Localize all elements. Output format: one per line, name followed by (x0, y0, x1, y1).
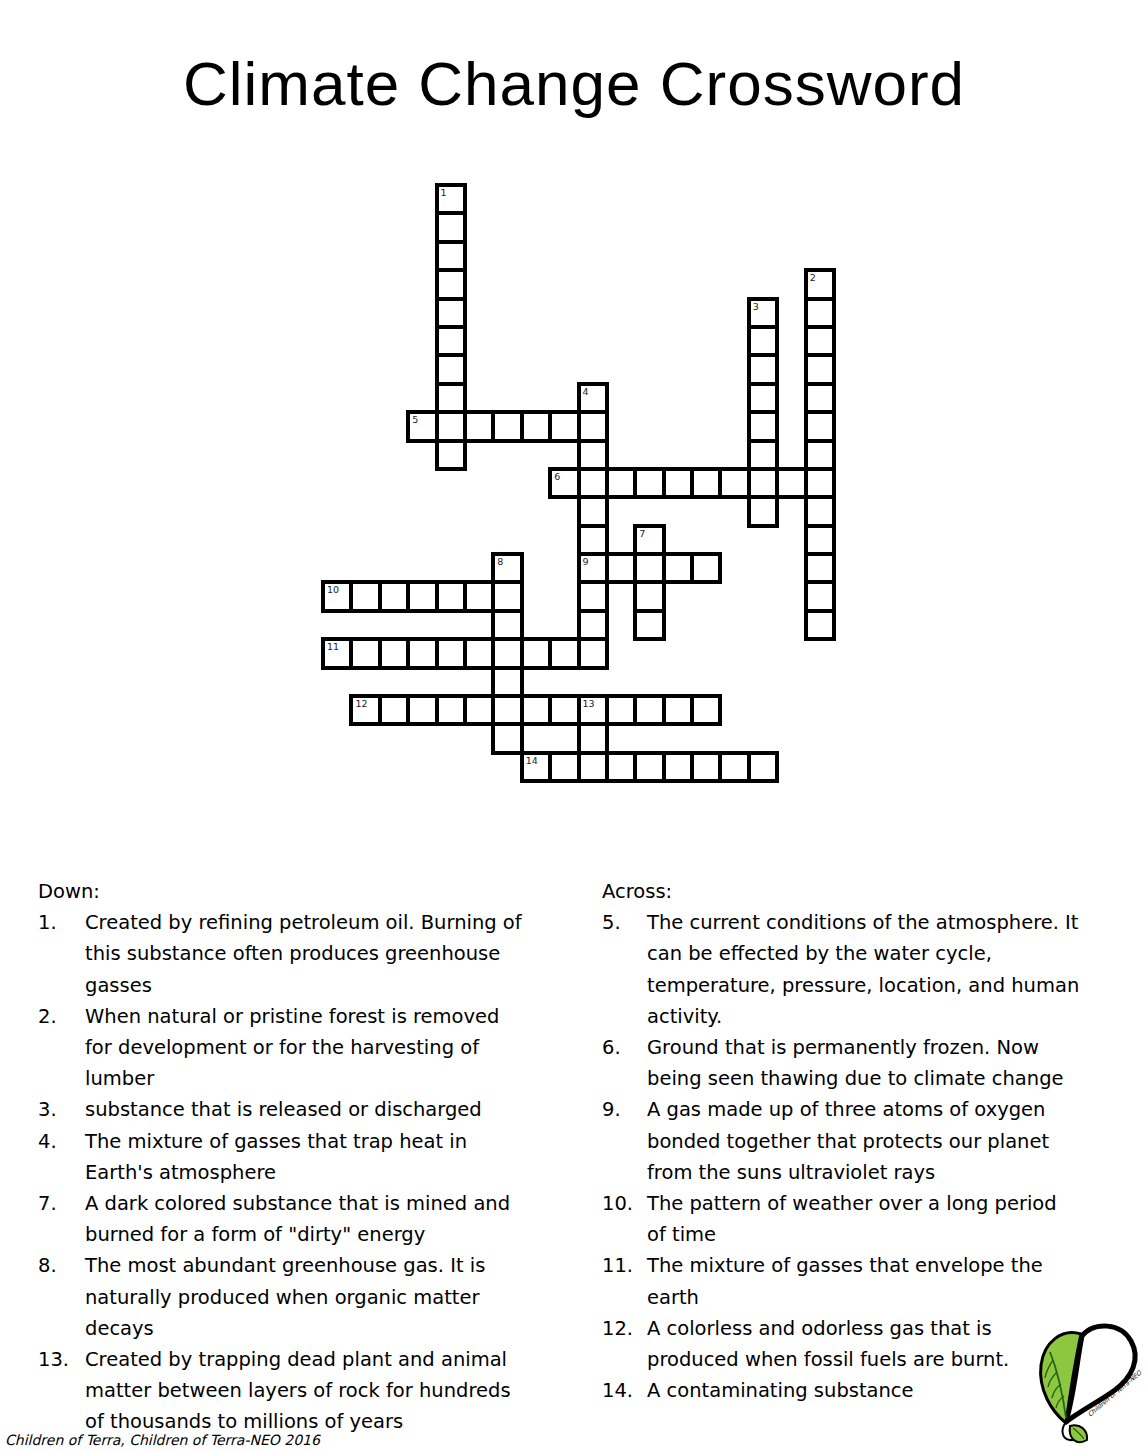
grid-cell-r3c17[interactable]: 2 (806, 270, 834, 298)
clue-down-13: 13.Created by trapping dead plant and an… (38, 1344, 530, 1438)
grid-cell-r8c3[interactable]: 5 (408, 412, 436, 440)
grid-cell-r19c6[interactable] (493, 724, 521, 752)
grid-cell-r4c15[interactable]: 3 (749, 299, 777, 327)
grid-cell-r14c0[interactable]: 10 (323, 582, 351, 610)
clue-number: 9. (602, 1094, 647, 1125)
grid-cell-r11c9[interactable] (579, 497, 607, 525)
grid-cell-r14c17[interactable] (806, 582, 834, 610)
grid-cell-r1c4[interactable] (437, 213, 465, 241)
grid-cell-r10c14[interactable] (720, 469, 748, 497)
clue-number: 6. (602, 1032, 647, 1063)
clue-text: When natural or pristine forest is remov… (85, 1001, 530, 1095)
cell-number-8: 8 (497, 556, 503, 567)
clue-text: Ground that is permanently frozen. Now b… (647, 1032, 1080, 1094)
grid-cell-r15c17[interactable] (806, 611, 834, 639)
clue-text: A dark colored substance that is mined a… (85, 1188, 530, 1250)
cell-number-6: 6 (554, 471, 560, 482)
grid-cell-r17c6[interactable] (493, 668, 521, 696)
grid-cell-r13c17[interactable] (806, 554, 834, 582)
grid-cell-r7c4[interactable] (437, 384, 465, 412)
grid-cell-r9c17[interactable] (806, 441, 834, 469)
grid-cell-r13c9[interactable]: 9 (579, 554, 607, 582)
clue-number: 5. (602, 907, 647, 938)
clue-text: The mixture of gasses that trap heat in … (85, 1126, 530, 1188)
grid-cell-r14c3[interactable] (408, 582, 436, 610)
logo-small-leaf-icon (1070, 1425, 1087, 1442)
grid-cell-r12c11[interactable]: 7 (635, 526, 663, 554)
grid-cell-r18c9[interactable]: 13 (579, 696, 607, 724)
clue-text: The mixture of gasses that envelope the … (647, 1250, 1080, 1312)
clue-down-1: 1.Created by refining petroleum oil. Bur… (38, 907, 530, 1001)
grid-cell-r18c5[interactable] (465, 696, 493, 724)
grid-cell-r2c4[interactable] (437, 242, 465, 270)
grid-cell-r8c5[interactable] (465, 412, 493, 440)
grid-cell-r14c1[interactable] (351, 582, 379, 610)
cell-number-7: 7 (639, 528, 645, 539)
down-header: Down: (38, 876, 530, 907)
children-of-terra-logo: Children of Terra-NEO (1020, 1320, 1148, 1451)
grid-cell-r13c10[interactable] (607, 554, 635, 582)
grid-cell-r16c1[interactable] (351, 639, 379, 667)
grid-cell-r16c4[interactable] (437, 639, 465, 667)
grid-cell-r18c6[interactable] (493, 696, 521, 724)
down-clue-list: 1.Created by refining petroleum oil. Bur… (38, 907, 530, 1437)
clue-text: The current conditions of the atmosphere… (647, 907, 1080, 1032)
cell-number-5: 5 (412, 414, 418, 425)
page-title: Climate Change Crossword (0, 48, 1148, 120)
clue-down-4: 4.The mixture of gasses that trap heat i… (38, 1126, 530, 1188)
grid-cell-r18c4[interactable] (437, 696, 465, 724)
clue-down-7: 7.A dark colored substance that is mined… (38, 1188, 530, 1250)
grid-cell-r20c10[interactable] (607, 753, 635, 781)
across-clue-list: 5.The current conditions of the atmosphe… (602, 907, 1080, 1406)
cell-number-14: 14 (526, 755, 538, 766)
cell-number-10: 10 (327, 584, 339, 595)
grid-cell-r9c15[interactable] (749, 441, 777, 469)
grid-cell-r5c4[interactable] (437, 327, 465, 355)
grid-cell-r20c12[interactable] (664, 753, 692, 781)
clue-number: 10. (602, 1188, 647, 1219)
clue-number: 1. (38, 907, 85, 938)
grid-cell-r20c15[interactable] (749, 753, 777, 781)
clue-across-11: 11.The mixture of gasses that envelope t… (602, 1250, 1080, 1312)
grid-cell-r20c13[interactable] (692, 753, 720, 781)
clue-text: substance that is released or discharged (85, 1094, 530, 1125)
grid-cell-r10c12[interactable] (664, 469, 692, 497)
grid-cell-r8c8[interactable] (550, 412, 578, 440)
clue-number: 14. (602, 1375, 647, 1406)
grid-cell-r8c7[interactable] (522, 412, 550, 440)
grid-cell-r18c13[interactable] (692, 696, 720, 724)
cell-number-9: 9 (583, 556, 589, 567)
grid-cell-r18c12[interactable] (664, 696, 692, 724)
grid-cell-r13c6[interactable]: 8 (493, 554, 521, 582)
grid-cell-r8c9[interactable] (579, 412, 607, 440)
clue-text: A contaminating substance (647, 1375, 1080, 1406)
grid-cell-r9c9[interactable] (579, 441, 607, 469)
clue-text: The pattern of weather over a long perio… (647, 1188, 1080, 1250)
grid-cell-r16c0[interactable]: 11 (323, 639, 351, 667)
cell-number-12: 12 (355, 698, 367, 709)
grid-cell-r18c8[interactable] (550, 696, 578, 724)
clue-text: A colorless and odorless gas that is pro… (647, 1313, 1080, 1375)
grid-cell-r10c13[interactable] (692, 469, 720, 497)
grid-cell-r14c11[interactable] (635, 582, 663, 610)
grid-cell-r7c17[interactable] (806, 384, 834, 412)
cell-number-3: 3 (753, 301, 759, 312)
clue-text: A gas made up of three atoms of oxygen b… (647, 1094, 1080, 1188)
grid-cell-r18c11[interactable] (635, 696, 663, 724)
clue-number: 7. (38, 1188, 85, 1219)
grid-cell-r11c15[interactable] (749, 497, 777, 525)
across-clues-column: Across: 5.The current conditions of the … (602, 876, 1080, 1406)
grid-cell-r12c9[interactable] (579, 526, 607, 554)
grid-cell-r8c4[interactable] (437, 412, 465, 440)
grid-cell-r14c9[interactable] (579, 582, 607, 610)
grid-cell-r3c4[interactable] (437, 270, 465, 298)
grid-cell-r16c6[interactable] (493, 639, 521, 667)
grid-cell-r10c16[interactable] (777, 469, 805, 497)
clue-across-9: 9.A gas made up of three atoms of oxygen… (602, 1094, 1080, 1188)
crossword-grid: 1234567891011121314 (323, 185, 834, 781)
grid-cell-r6c15[interactable] (749, 355, 777, 383)
clue-number: 12. (602, 1313, 647, 1344)
grid-cell-r15c9[interactable] (579, 611, 607, 639)
down-clues-column: Down: 1.Created by refining petroleum oi… (38, 876, 530, 1438)
grid-cell-r14c4[interactable] (437, 582, 465, 610)
grid-cell-r15c6[interactable] (493, 611, 521, 639)
grid-cell-r4c17[interactable] (806, 299, 834, 327)
grid-cell-r7c15[interactable] (749, 384, 777, 412)
clue-text: Created by trapping dead plant and anima… (85, 1344, 530, 1438)
grid-cell-r20c11[interactable] (635, 753, 663, 781)
clue-number: 13. (38, 1344, 85, 1375)
grid-cell-r13c11[interactable] (635, 554, 663, 582)
grid-cell-r16c2[interactable] (380, 639, 408, 667)
grid-cell-r5c15[interactable] (749, 327, 777, 355)
clue-number: 8. (38, 1250, 85, 1281)
grid-cell-r18c2[interactable] (380, 696, 408, 724)
clue-down-3: 3.substance that is released or discharg… (38, 1094, 530, 1125)
grid-cell-r18c1[interactable]: 12 (351, 696, 379, 724)
cell-number-2: 2 (810, 272, 816, 283)
grid-cell-r14c6[interactable] (493, 582, 521, 610)
clue-number: 2. (38, 1001, 85, 1032)
grid-cell-r20c9[interactable] (579, 753, 607, 781)
clue-down-2: 2.When natural or pristine forest is rem… (38, 1001, 530, 1095)
grid-cell-r20c7[interactable]: 14 (522, 753, 550, 781)
clue-number: 4. (38, 1126, 85, 1157)
grid-cell-r18c3[interactable] (408, 696, 436, 724)
grid-cell-r14c5[interactable] (465, 582, 493, 610)
grid-cell-r10c15[interactable] (749, 469, 777, 497)
grid-cell-r8c15[interactable] (749, 412, 777, 440)
grid-cell-r6c17[interactable] (806, 355, 834, 383)
clue-across-12: 12.A colorless and odorless gas that is … (602, 1313, 1080, 1375)
clue-across-14: 14.A contaminating substance (602, 1375, 1080, 1406)
cell-number-11: 11 (327, 641, 339, 652)
grid-cell-r0c4[interactable]: 1 (437, 185, 465, 213)
clue-down-8: 8.The most abundant greenhouse gas. It i… (38, 1250, 530, 1344)
grid-cell-r16c9[interactable] (579, 639, 607, 667)
grid-cell-r10c17[interactable] (806, 469, 834, 497)
grid-cell-r13c12[interactable] (664, 554, 692, 582)
footer-credit: Children of Terra, Children of Terra-NEO… (5, 1432, 320, 1448)
grid-cell-r10c8[interactable]: 6 (550, 469, 578, 497)
clue-across-5: 5.The current conditions of the atmosphe… (602, 907, 1080, 1032)
grid-cell-r20c8[interactable] (550, 753, 578, 781)
grid-cell-r18c10[interactable] (607, 696, 635, 724)
grid-cell-r12c17[interactable] (806, 526, 834, 554)
cell-number-13: 13 (583, 698, 595, 709)
grid-cell-r15c11[interactable] (635, 611, 663, 639)
grid-cell-r9c4[interactable] (437, 441, 465, 469)
across-header: Across: (602, 876, 1080, 907)
cell-number-1: 1 (441, 187, 447, 198)
grid-cell-r18c7[interactable] (522, 696, 550, 724)
clue-across-6: 6.Ground that is permanently frozen. Now… (602, 1032, 1080, 1094)
grid-cell-r10c9[interactable] (579, 469, 607, 497)
grid-cell-r16c5[interactable] (465, 639, 493, 667)
grid-cell-r7c9[interactable]: 4 (579, 384, 607, 412)
clue-text: Created by refining petroleum oil. Burni… (85, 907, 530, 1001)
clue-number: 3. (38, 1094, 85, 1125)
grid-cell-r8c6[interactable] (493, 412, 521, 440)
grid-cell-r11c17[interactable] (806, 497, 834, 525)
grid-cell-r6c4[interactable] (437, 355, 465, 383)
clue-text: The most abundant greenhouse gas. It is … (85, 1250, 530, 1344)
grid-cell-r20c14[interactable] (720, 753, 748, 781)
grid-cell-r8c17[interactable] (806, 412, 834, 440)
grid-cell-r16c7[interactable] (522, 639, 550, 667)
clue-number: 11. (602, 1250, 647, 1281)
grid-cell-r5c17[interactable] (806, 327, 834, 355)
clue-across-10: 10.The pattern of weather over a long pe… (602, 1188, 1080, 1250)
grid-cell-r10c10[interactable] (607, 469, 635, 497)
grid-cell-r13c13[interactable] (692, 554, 720, 582)
grid-cell-r16c8[interactable] (550, 639, 578, 667)
grid-cell-r19c9[interactable] (579, 724, 607, 752)
cell-number-4: 4 (583, 386, 589, 397)
grid-cell-r16c3[interactable] (408, 639, 436, 667)
grid-cell-r10c11[interactable] (635, 469, 663, 497)
grid-cell-r14c2[interactable] (380, 582, 408, 610)
grid-cell-r4c4[interactable] (437, 299, 465, 327)
